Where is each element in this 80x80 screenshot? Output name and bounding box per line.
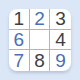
sudoku-cell-r1c0: 6 bbox=[9, 30, 30, 51]
sudoku-cell-r0c1: 2 bbox=[30, 9, 51, 30]
sudoku-app-icon[interactable]: 12364789 bbox=[0, 0, 80, 80]
sudoku-cell-r2c1: 8 bbox=[30, 50, 51, 71]
sudoku-grid: 12364789 bbox=[9, 9, 71, 71]
sudoku-cell-r1c1 bbox=[30, 30, 51, 51]
sudoku-board: 12364789 bbox=[9, 9, 71, 71]
sudoku-cell-r0c2: 3 bbox=[50, 9, 71, 30]
sudoku-cell-r0c0: 1 bbox=[9, 9, 30, 30]
sudoku-cell-r2c2: 9 bbox=[50, 50, 71, 71]
sudoku-cell-r1c2: 4 bbox=[50, 30, 71, 51]
sudoku-cell-r2c0: 7 bbox=[9, 50, 30, 71]
